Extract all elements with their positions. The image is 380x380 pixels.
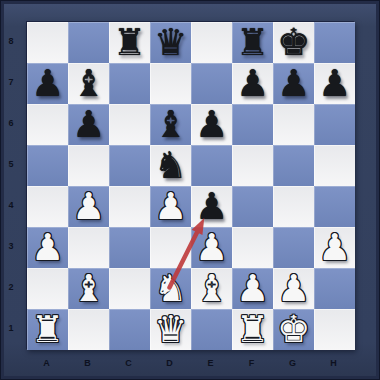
piece-black-rook-f8[interactable]: ♜: [232, 22, 273, 63]
piece-black-pawn-f7[interactable]: ♟: [232, 63, 273, 104]
square-e4[interactable]: ♟: [191, 186, 232, 227]
square-g1[interactable]: ♚: [273, 309, 314, 350]
square-e5[interactable]: [191, 145, 232, 186]
square-a1[interactable]: ♜: [27, 309, 68, 350]
file-label-h: H: [313, 353, 354, 373]
square-g4[interactable]: [273, 186, 314, 227]
piece-white-pawn-e3[interactable]: ♟: [191, 227, 232, 268]
square-e6[interactable]: ♟: [191, 104, 232, 145]
square-f3[interactable]: [232, 227, 273, 268]
piece-white-pawn-d4[interactable]: ♟: [150, 186, 191, 227]
rank-label-1: 1: [0, 308, 22, 349]
file-label-e: E: [190, 353, 231, 373]
square-h8[interactable]: [314, 22, 355, 63]
file-label-a: A: [26, 353, 67, 373]
square-a3[interactable]: ♟: [27, 227, 68, 268]
piece-black-knight-d5[interactable]: ♞: [150, 145, 191, 186]
chess-board-frame: ♜♛♜♚♟♝♟♟♟♟♝♟♞♟♟♟♟♟♟♝♞♝♟♟♜♛♜♚ 87654321ABC…: [0, 0, 380, 380]
square-b4[interactable]: ♟: [68, 186, 109, 227]
square-h4[interactable]: [314, 186, 355, 227]
square-b1[interactable]: [68, 309, 109, 350]
square-b7[interactable]: ♝: [68, 63, 109, 104]
square-f6[interactable]: [232, 104, 273, 145]
piece-white-pawn-h3[interactable]: ♟: [314, 227, 355, 268]
square-c3[interactable]: [109, 227, 150, 268]
piece-black-pawn-e4[interactable]: ♟: [191, 186, 232, 227]
square-c4[interactable]: [109, 186, 150, 227]
piece-black-pawn-h7[interactable]: ♟: [314, 63, 355, 104]
square-g5[interactable]: [273, 145, 314, 186]
piece-black-pawn-g7[interactable]: ♟: [273, 63, 314, 104]
square-a8[interactable]: [27, 22, 68, 63]
square-f5[interactable]: [232, 145, 273, 186]
piece-black-pawn-a7[interactable]: ♟: [27, 63, 68, 104]
chess-board: ♜♛♜♚♟♝♟♟♟♟♝♟♞♟♟♟♟♟♟♝♞♝♟♟♜♛♜♚: [26, 21, 354, 349]
file-label-c: C: [108, 353, 149, 373]
square-e1[interactable]: [191, 309, 232, 350]
square-e3[interactable]: ♟: [191, 227, 232, 268]
rank-label-3: 3: [0, 226, 22, 267]
piece-white-queen-d1[interactable]: ♛: [150, 309, 191, 350]
file-label-b: B: [67, 353, 108, 373]
square-h7[interactable]: ♟: [314, 63, 355, 104]
square-d2[interactable]: ♞: [150, 268, 191, 309]
rank-label-4: 4: [0, 185, 22, 226]
piece-white-pawn-f2[interactable]: ♟: [232, 268, 273, 309]
square-b3[interactable]: [68, 227, 109, 268]
square-c8[interactable]: ♜: [109, 22, 150, 63]
piece-white-bishop-e2[interactable]: ♝: [191, 268, 232, 309]
piece-white-pawn-g2[interactable]: ♟: [273, 268, 314, 309]
square-d5[interactable]: ♞: [150, 145, 191, 186]
square-e2[interactable]: ♝: [191, 268, 232, 309]
square-g7[interactable]: ♟: [273, 63, 314, 104]
square-f4[interactable]: [232, 186, 273, 227]
rank-label-8: 8: [0, 21, 22, 62]
piece-black-pawn-b6[interactable]: ♟: [68, 104, 109, 145]
square-a4[interactable]: [27, 186, 68, 227]
piece-white-rook-f1[interactable]: ♜: [232, 309, 273, 350]
square-g8[interactable]: ♚: [273, 22, 314, 63]
square-g6[interactable]: [273, 104, 314, 145]
piece-black-king-g8[interactable]: ♚: [273, 22, 314, 63]
rank-label-7: 7: [0, 62, 22, 103]
square-d1[interactable]: ♛: [150, 309, 191, 350]
square-a6[interactable]: [27, 104, 68, 145]
square-e8[interactable]: [191, 22, 232, 63]
rank-label-6: 6: [0, 103, 22, 144]
square-g2[interactable]: ♟: [273, 268, 314, 309]
square-c1[interactable]: [109, 309, 150, 350]
square-a5[interactable]: [27, 145, 68, 186]
square-h1[interactable]: [314, 309, 355, 350]
square-f1[interactable]: ♜: [232, 309, 273, 350]
piece-white-rook-a1[interactable]: ♜: [27, 309, 68, 350]
square-h2[interactable]: [314, 268, 355, 309]
square-a7[interactable]: ♟: [27, 63, 68, 104]
piece-black-queen-d8[interactable]: ♛: [150, 22, 191, 63]
file-label-d: D: [149, 353, 190, 373]
square-b8[interactable]: [68, 22, 109, 63]
piece-white-king-g1[interactable]: ♚: [273, 309, 314, 350]
square-f8[interactable]: ♜: [232, 22, 273, 63]
square-d6[interactable]: ♝: [150, 104, 191, 145]
square-c7[interactable]: [109, 63, 150, 104]
piece-white-pawn-a3[interactable]: ♟: [27, 227, 68, 268]
square-d8[interactable]: ♛: [150, 22, 191, 63]
piece-white-pawn-b4[interactable]: ♟: [68, 186, 109, 227]
square-f2[interactable]: ♟: [232, 268, 273, 309]
square-b6[interactable]: ♟: [68, 104, 109, 145]
square-c5[interactable]: [109, 145, 150, 186]
square-b5[interactable]: [68, 145, 109, 186]
square-d4[interactable]: ♟: [150, 186, 191, 227]
square-h3[interactable]: ♟: [314, 227, 355, 268]
piece-black-pawn-e6[interactable]: ♟: [191, 104, 232, 145]
rank-label-5: 5: [0, 144, 22, 185]
piece-black-rook-c8[interactable]: ♜: [109, 22, 150, 63]
piece-white-knight-d2[interactable]: ♞: [150, 268, 191, 309]
square-d7[interactable]: [150, 63, 191, 104]
piece-white-bishop-b2[interactable]: ♝: [68, 268, 109, 309]
file-label-g: G: [272, 353, 313, 373]
rank-label-2: 2: [0, 267, 22, 308]
piece-black-bishop-b7[interactable]: ♝: [68, 63, 109, 104]
square-h5[interactable]: [314, 145, 355, 186]
square-b2[interactable]: ♝: [68, 268, 109, 309]
square-c2[interactable]: [109, 268, 150, 309]
square-d3[interactable]: [150, 227, 191, 268]
square-a2[interactable]: [27, 268, 68, 309]
file-label-f: F: [231, 353, 272, 373]
piece-black-bishop-d6[interactable]: ♝: [150, 104, 191, 145]
square-c6[interactable]: [109, 104, 150, 145]
square-e7[interactable]: [191, 63, 232, 104]
square-h6[interactable]: [314, 104, 355, 145]
square-g3[interactable]: [273, 227, 314, 268]
square-f7[interactable]: ♟: [232, 63, 273, 104]
